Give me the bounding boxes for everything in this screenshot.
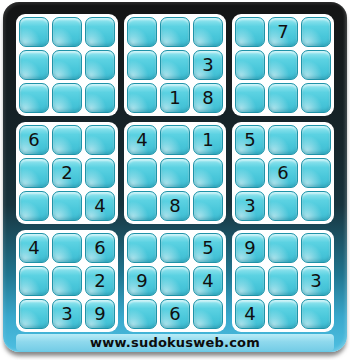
cell-r1c7[interactable] (235, 17, 265, 47)
cell-r2c6[interactable]: 3 (193, 50, 223, 80)
cell-r6c8[interactable] (268, 191, 298, 221)
cell-r5c1[interactable] (19, 158, 49, 188)
sudoku-block-1-3: 7 (232, 14, 334, 116)
cell-r4c6[interactable]: 1 (193, 125, 223, 155)
sudoku-board: 3187624418563462395946934 www.sudokusweb… (3, 2, 347, 352)
cell-r9c6[interactable] (193, 299, 223, 329)
cell-r7c8[interactable] (268, 233, 298, 263)
sudoku-block-2-2: 418 (124, 122, 226, 224)
cell-r7c9[interactable] (301, 233, 331, 263)
sudoku-block-1-2: 318 (124, 14, 226, 116)
cell-r6c5[interactable]: 8 (160, 191, 190, 221)
cell-r7c2[interactable] (52, 233, 82, 263)
cell-r6c9[interactable] (301, 191, 331, 221)
cell-r4c2[interactable] (52, 125, 82, 155)
cell-r8c5[interactable] (160, 266, 190, 296)
cell-r8c1[interactable] (19, 266, 49, 296)
cell-r3c6[interactable]: 8 (193, 83, 223, 113)
cell-r9c8[interactable] (268, 299, 298, 329)
cell-r3c9[interactable] (301, 83, 331, 113)
cell-r5c9[interactable] (301, 158, 331, 188)
cell-r1c6[interactable] (193, 17, 223, 47)
site-url-link[interactable]: www.sudokusweb.com (90, 335, 260, 350)
cell-r7c7[interactable]: 9 (235, 233, 265, 263)
cell-r1c1[interactable] (19, 17, 49, 47)
cell-r2c7[interactable] (235, 50, 265, 80)
cell-r1c5[interactable] (160, 17, 190, 47)
cell-r4c7[interactable]: 5 (235, 125, 265, 155)
cell-r2c5[interactable] (160, 50, 190, 80)
sudoku-block-3-1: 46239 (16, 230, 118, 332)
cell-r5c6[interactable] (193, 158, 223, 188)
sudoku-block-2-3: 563 (232, 122, 334, 224)
cell-r8c8[interactable] (268, 266, 298, 296)
cell-r8c9[interactable]: 3 (301, 266, 331, 296)
page: 3187624418563462395946934 www.sudokusweb… (0, 0, 350, 360)
cell-r9c3[interactable]: 9 (85, 299, 115, 329)
cell-r6c7[interactable]: 3 (235, 191, 265, 221)
cell-r2c4[interactable] (127, 50, 157, 80)
sudoku-block-3-3: 934 (232, 230, 334, 332)
cell-r4c3[interactable] (85, 125, 115, 155)
cell-r9c4[interactable] (127, 299, 157, 329)
cell-r1c2[interactable] (52, 17, 82, 47)
cell-r8c7[interactable] (235, 266, 265, 296)
cell-r2c9[interactable] (301, 50, 331, 80)
cell-r3c4[interactable] (127, 83, 157, 113)
cell-r3c2[interactable] (52, 83, 82, 113)
cell-r3c8[interactable] (268, 83, 298, 113)
cell-r5c5[interactable] (160, 158, 190, 188)
cell-r6c4[interactable] (127, 191, 157, 221)
cell-r7c3[interactable]: 6 (85, 233, 115, 263)
cell-r3c3[interactable] (85, 83, 115, 113)
sudoku-block-2-1: 624 (16, 122, 118, 224)
cell-r8c4[interactable]: 9 (127, 266, 157, 296)
cell-r5c4[interactable] (127, 158, 157, 188)
cell-r1c4[interactable] (127, 17, 157, 47)
cell-r8c3[interactable]: 2 (85, 266, 115, 296)
cell-r8c2[interactable] (52, 266, 82, 296)
sudoku-block-3-2: 5946 (124, 230, 226, 332)
cell-r7c5[interactable] (160, 233, 190, 263)
cell-r2c8[interactable] (268, 50, 298, 80)
cell-r2c2[interactable] (52, 50, 82, 80)
cell-r4c4[interactable]: 4 (127, 125, 157, 155)
footer-band: www.sudokusweb.com (16, 334, 334, 351)
cell-r1c9[interactable] (301, 17, 331, 47)
cell-r4c1[interactable]: 6 (19, 125, 49, 155)
cell-r5c7[interactable] (235, 158, 265, 188)
cell-r4c5[interactable] (160, 125, 190, 155)
cell-r7c1[interactable]: 4 (19, 233, 49, 263)
cell-r5c2[interactable]: 2 (52, 158, 82, 188)
cell-r5c3[interactable] (85, 158, 115, 188)
cell-r1c8[interactable]: 7 (268, 17, 298, 47)
cell-r8c6[interactable]: 4 (193, 266, 223, 296)
cell-r1c3[interactable] (85, 17, 115, 47)
cell-r7c4[interactable] (127, 233, 157, 263)
cell-r3c5[interactable]: 1 (160, 83, 190, 113)
cell-r4c8[interactable] (268, 125, 298, 155)
cell-r9c9[interactable] (301, 299, 331, 329)
sudoku-grid: 3187624418563462395946934 (16, 14, 334, 332)
cell-r6c6[interactable] (193, 191, 223, 221)
cell-r2c1[interactable] (19, 50, 49, 80)
cell-r3c7[interactable] (235, 83, 265, 113)
cell-r6c3[interactable]: 4 (85, 191, 115, 221)
cell-r6c1[interactable] (19, 191, 49, 221)
cell-r9c5[interactable]: 6 (160, 299, 190, 329)
cell-r3c1[interactable] (19, 83, 49, 113)
sudoku-block-1-1 (16, 14, 118, 116)
cell-r2c3[interactable] (85, 50, 115, 80)
cell-r7c6[interactable]: 5 (193, 233, 223, 263)
cell-r9c7[interactable]: 4 (235, 299, 265, 329)
cell-r9c1[interactable] (19, 299, 49, 329)
cell-r4c9[interactable] (301, 125, 331, 155)
cell-r5c8[interactable]: 6 (268, 158, 298, 188)
cell-r6c2[interactable] (52, 191, 82, 221)
cell-r9c2[interactable]: 3 (52, 299, 82, 329)
